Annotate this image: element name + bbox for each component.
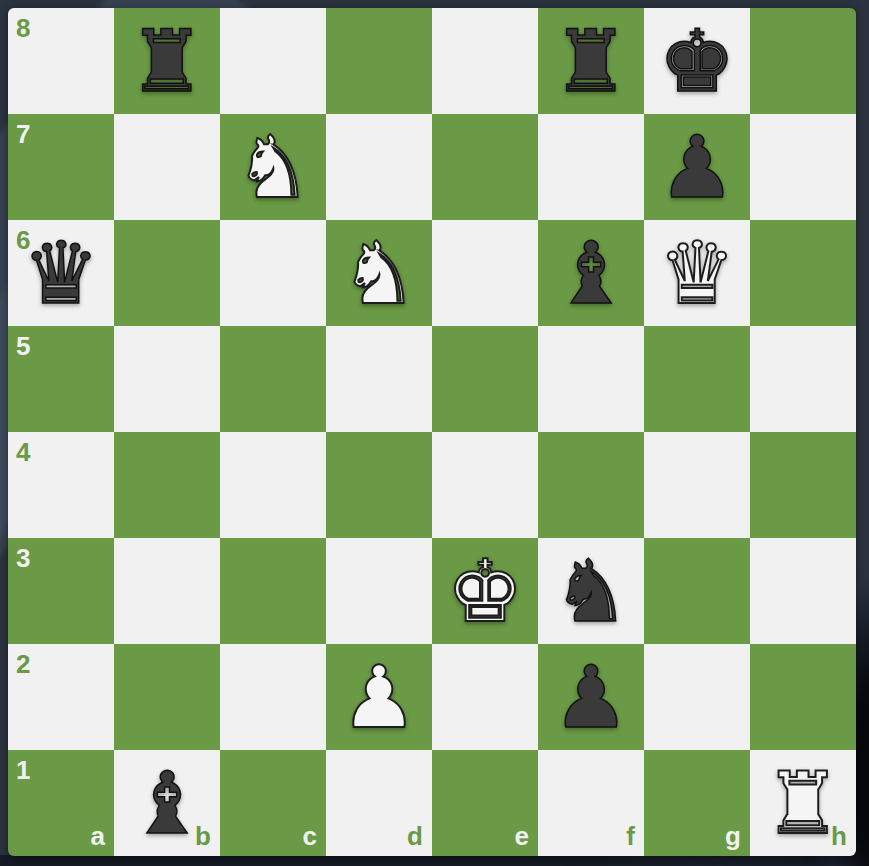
square-e1[interactable]: e [432,750,538,856]
piece-white-rook[interactable]: ♜ [764,750,841,856]
square-g4[interactable] [644,432,750,538]
square-b7[interactable] [114,114,220,220]
square-b8[interactable]: ♜ [114,8,220,114]
rank-label-4: 4 [16,437,30,468]
square-c6[interactable] [220,220,326,326]
square-d8[interactable] [326,8,432,114]
square-g3[interactable] [644,538,750,644]
piece-white-knight[interactable]: ♞ [340,220,417,326]
square-f1[interactable]: f [538,750,644,856]
square-a8[interactable]: 8 [8,8,114,114]
square-d4[interactable] [326,432,432,538]
square-c8[interactable] [220,8,326,114]
square-b3[interactable] [114,538,220,644]
square-h5[interactable] [750,326,856,432]
square-b5[interactable] [114,326,220,432]
square-g7[interactable]: ♟ [644,114,750,220]
square-g6[interactable]: ♛ [644,220,750,326]
square-e8[interactable] [432,8,538,114]
chess-board: 8♜♜♚7♞♟6♛♞♝♛543♚♞2♟♟1ab♝cdefgh♜ [8,8,856,856]
file-label-f: f [626,821,635,852]
square-g2[interactable] [644,644,750,750]
square-a1[interactable]: 1a [8,750,114,856]
square-e5[interactable] [432,326,538,432]
square-b4[interactable] [114,432,220,538]
square-c2[interactable] [220,644,326,750]
piece-black-king[interactable]: ♚ [658,8,735,114]
square-h6[interactable] [750,220,856,326]
square-h4[interactable] [750,432,856,538]
square-f6[interactable]: ♝ [538,220,644,326]
square-d5[interactable] [326,326,432,432]
square-f2[interactable]: ♟ [538,644,644,750]
piece-black-knight[interactable]: ♞ [552,538,629,644]
file-label-e: e [515,821,529,852]
file-label-c: c [303,821,317,852]
file-label-a: a [91,821,105,852]
square-e7[interactable] [432,114,538,220]
square-c3[interactable] [220,538,326,644]
square-a7[interactable]: 7 [8,114,114,220]
square-a6[interactable]: 6♛ [8,220,114,326]
square-a4[interactable]: 4 [8,432,114,538]
square-c4[interactable] [220,432,326,538]
file-label-d: d [407,821,423,852]
square-a2[interactable]: 2 [8,644,114,750]
square-b6[interactable] [114,220,220,326]
square-h2[interactable] [750,644,856,750]
square-h3[interactable] [750,538,856,644]
square-d7[interactable] [326,114,432,220]
square-h8[interactable] [750,8,856,114]
piece-black-pawn[interactable]: ♟ [658,114,735,220]
square-f8[interactable]: ♜ [538,8,644,114]
piece-black-queen[interactable]: ♛ [22,220,99,326]
square-f3[interactable]: ♞ [538,538,644,644]
piece-black-rook[interactable]: ♜ [552,8,629,114]
square-d3[interactable] [326,538,432,644]
square-g5[interactable] [644,326,750,432]
piece-black-rook[interactable]: ♜ [128,8,205,114]
rank-label-3: 3 [16,543,30,574]
square-e3[interactable]: ♚ [432,538,538,644]
square-c1[interactable]: c [220,750,326,856]
piece-white-knight[interactable]: ♞ [234,114,311,220]
square-d6[interactable]: ♞ [326,220,432,326]
rank-label-5: 5 [16,331,30,362]
square-f4[interactable] [538,432,644,538]
square-a3[interactable]: 3 [8,538,114,644]
rank-label-7: 7 [16,119,30,150]
square-c7[interactable]: ♞ [220,114,326,220]
rank-label-2: 2 [16,649,30,680]
square-b1[interactable]: b♝ [114,750,220,856]
square-g8[interactable]: ♚ [644,8,750,114]
square-b2[interactable] [114,644,220,750]
square-a5[interactable]: 5 [8,326,114,432]
rank-label-1: 1 [16,755,30,786]
square-h7[interactable] [750,114,856,220]
piece-white-queen[interactable]: ♛ [658,220,735,326]
desktop-background: 8♜♜♚7♞♟6♛♞♝♛543♚♞2♟♟1ab♝cdefgh♜ [0,0,869,866]
piece-black-bishop[interactable]: ♝ [128,750,205,856]
file-label-g: g [725,821,741,852]
square-f5[interactable] [538,326,644,432]
piece-white-pawn[interactable]: ♟ [340,644,417,750]
square-e4[interactable] [432,432,538,538]
square-f7[interactable] [538,114,644,220]
square-d1[interactable]: d [326,750,432,856]
rank-label-8: 8 [16,13,30,44]
piece-white-king[interactable]: ♚ [446,538,523,644]
piece-black-bishop[interactable]: ♝ [552,220,629,326]
square-h1[interactable]: h♜ [750,750,856,856]
square-e6[interactable] [432,220,538,326]
square-c5[interactable] [220,326,326,432]
piece-black-pawn[interactable]: ♟ [552,644,629,750]
square-g1[interactable]: g [644,750,750,856]
square-d2[interactable]: ♟ [326,644,432,750]
square-e2[interactable] [432,644,538,750]
